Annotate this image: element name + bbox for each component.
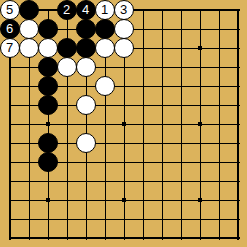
black-stone	[38, 19, 58, 39]
move-4-black-stone: 4	[76, 0, 96, 20]
move-1-white-stone: 1	[95, 0, 115, 20]
white-stone	[114, 19, 134, 39]
white-stone	[95, 76, 115, 96]
black-stone	[38, 133, 58, 153]
move-3-white-stone: 3	[114, 0, 134, 20]
black-stone	[57, 38, 77, 58]
black-stone	[38, 95, 58, 115]
black-stone	[38, 152, 58, 172]
move-6-black-stone: 6	[0, 19, 20, 39]
move-number-label: 1	[101, 3, 108, 16]
white-stone	[38, 38, 58, 58]
move-number-label: 2	[63, 3, 70, 16]
move-2-black-stone: 2	[57, 0, 77, 20]
stones-layer: 5241367	[0, 0, 247, 247]
white-stone	[76, 133, 96, 153]
black-stone	[19, 0, 39, 20]
move-number-label: 4	[82, 3, 89, 16]
move-7-white-stone: 7	[0, 38, 20, 58]
white-stone	[114, 38, 134, 58]
black-stone	[38, 57, 58, 77]
white-stone	[76, 57, 96, 77]
white-stone	[19, 38, 39, 58]
go-board: 5241367	[0, 0, 247, 247]
black-stone	[95, 19, 115, 39]
black-stone	[76, 19, 96, 39]
move-number-label: 6	[6, 22, 13, 35]
move-number-label: 3	[120, 3, 127, 16]
white-stone	[19, 19, 39, 39]
move-number-label: 7	[6, 41, 13, 54]
white-stone	[57, 57, 77, 77]
white-stone	[76, 95, 96, 115]
black-stone	[38, 76, 58, 96]
move-number-label: 5	[6, 3, 13, 16]
white-stone	[95, 38, 115, 58]
move-5-white-stone: 5	[0, 0, 20, 20]
black-stone	[76, 38, 96, 58]
